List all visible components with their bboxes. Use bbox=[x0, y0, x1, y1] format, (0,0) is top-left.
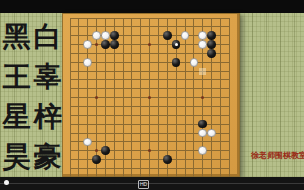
stone-black bbox=[101, 146, 110, 155]
stone-white bbox=[198, 40, 207, 49]
stone-white bbox=[83, 40, 92, 49]
grid-line-vertical bbox=[220, 18, 221, 177]
stone-white bbox=[198, 129, 207, 138]
stone-black bbox=[207, 40, 216, 49]
stone-black bbox=[92, 155, 101, 164]
grid-line-horizontal bbox=[70, 168, 229, 169]
go-board bbox=[62, 13, 240, 177]
stone-white bbox=[198, 146, 207, 155]
star-point bbox=[148, 43, 151, 46]
stone-black bbox=[110, 40, 119, 49]
stone-black bbox=[163, 155, 172, 164]
star-point bbox=[148, 149, 151, 152]
stone-white bbox=[190, 58, 199, 67]
white-player-column: 白辜梓豪 bbox=[32, 17, 63, 175]
progress-track[interactable] bbox=[0, 183, 304, 184]
go-board-grid bbox=[70, 18, 230, 178]
tatami-stage: 黑王星昊 白辜梓豪 徐老师围棋教室 bbox=[0, 13, 304, 177]
video-control-bar: HD bbox=[0, 177, 304, 190]
stone-white bbox=[101, 31, 110, 40]
grid-line-horizontal bbox=[70, 141, 229, 142]
star-point bbox=[148, 96, 151, 99]
stone-white bbox=[83, 58, 92, 67]
grid-line-vertical bbox=[167, 18, 168, 177]
stone-black bbox=[110, 31, 119, 40]
stone-white bbox=[181, 31, 190, 40]
grid-line-horizontal bbox=[70, 106, 229, 107]
grid-line-vertical bbox=[185, 18, 186, 177]
black-player-column: 黑王星昊 bbox=[1, 17, 32, 175]
grid-line-vertical bbox=[193, 18, 194, 177]
watermark-text: 徐老师围棋教室 bbox=[251, 151, 304, 160]
playhead-dot[interactable] bbox=[4, 180, 9, 185]
letterbox-top-bar bbox=[0, 0, 304, 13]
grid-line-vertical bbox=[229, 18, 230, 177]
stone-white bbox=[92, 31, 101, 40]
stone-black bbox=[207, 49, 216, 58]
stone-white bbox=[83, 138, 92, 147]
star-point bbox=[95, 149, 98, 152]
video-frame[interactable]: 黑王星昊 白辜梓豪 徐老师围棋教室 HD bbox=[0, 0, 304, 190]
stone-black bbox=[163, 31, 172, 40]
stone-black bbox=[207, 31, 216, 40]
grid-line-vertical bbox=[158, 18, 159, 177]
star-point bbox=[95, 43, 98, 46]
stone-white bbox=[198, 31, 207, 40]
ghost-stone-preview bbox=[199, 68, 206, 75]
star-point bbox=[95, 96, 98, 99]
stone-black bbox=[101, 40, 110, 49]
stone-white bbox=[207, 129, 216, 138]
grid-line-horizontal bbox=[70, 115, 229, 116]
hd-badge: HD bbox=[138, 180, 149, 189]
last-move-marker bbox=[175, 43, 178, 46]
stone-black bbox=[172, 58, 181, 67]
stone-black bbox=[198, 120, 207, 129]
star-point bbox=[201, 96, 204, 99]
